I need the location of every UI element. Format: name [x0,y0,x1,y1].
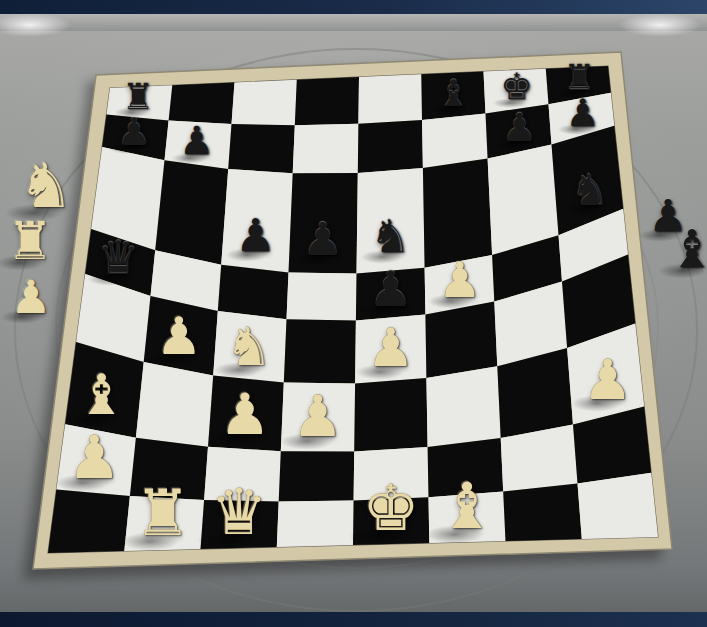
piece-white-queen-c1[interactable]: ♛ [204,481,274,545]
piece-white-pawn-h3[interactable]: ♟ [577,352,638,408]
square-d1[interactable] [277,501,354,548]
captured-white-knight: ♞ [12,155,80,217]
piece-black-pawn-b7[interactable]: ♟ [175,122,218,161]
square-b3[interactable] [136,362,213,447]
square-a1[interactable] [48,490,130,553]
square-c8[interactable] [232,80,297,125]
piece-black-knight-e6[interactable]: ♞ [365,214,415,260]
piece-white-bishop-f1[interactable]: ♝ [432,475,502,539]
piece-white-pawn-b4[interactable]: ♟ [151,311,208,363]
piece-white-pawn-f5[interactable]: ♟ [433,256,487,305]
piece-black-pawn-h7[interactable]: ♟ [562,94,604,132]
square-f3[interactable] [426,366,500,447]
square-e7[interactable] [358,120,423,173]
square-b6[interactable] [155,160,228,265]
square-g1[interactable] [503,483,582,541]
piece-white-pawn-c3[interactable]: ♟ [214,386,277,443]
square-d2[interactable] [279,451,355,501]
piece-black-king-g8[interactable]: ♚ [497,69,537,105]
piece-black-pawn-e5[interactable]: ♟ [364,265,418,314]
piece-black-pawn-d6[interactable]: ♟ [298,217,348,263]
square-e8[interactable] [358,74,422,124]
chess-app-scene: ♜♚♝♜♟♟♟♟♞♞♟♟♞♟♜♝♛♟♟♟♟♞♟♟♝♟♟♟♝♚♛♜ [0,0,707,627]
piece-white-pawn-e4[interactable]: ♟ [362,322,420,375]
square-f7[interactable] [422,113,488,168]
piece-black-pawn-a7[interactable]: ♟ [113,113,155,151]
piece-white-rook-b1[interactable]: ♜ [128,482,198,546]
piece-black-queen-a5[interactable]: ♛ [93,235,144,281]
square-c5[interactable] [218,265,289,319]
square-h1[interactable] [578,473,659,539]
square-c7[interactable] [228,124,295,173]
piece-white-king-e1[interactable]: ♚ [356,477,426,541]
piece-white-bishop-a3[interactable]: ♝ [71,367,132,423]
square-d7[interactable] [293,124,359,174]
piece-black-knight-h6[interactable]: ♞ [566,169,613,212]
piece-black-bishop-f8[interactable]: ♝ [434,76,474,112]
captured-black-bishop: ♝ [663,223,707,275]
square-e3[interactable] [354,378,427,451]
square-d8[interactable] [295,77,359,125]
piece-white-pawn-a2[interactable]: ♟ [61,428,127,488]
square-g6[interactable] [488,145,559,256]
square-f4[interactable] [425,302,497,379]
square-d4[interactable] [284,319,356,383]
captured-white-rook: ♜ [1,215,58,267]
piece-white-knight-c4[interactable]: ♞ [220,321,278,374]
piece-black-pawn-c6[interactable]: ♟ [231,213,281,258]
piece-white-pawn-d3[interactable]: ♟ [286,388,349,445]
square-d5[interactable] [287,273,357,321]
piece-black-pawn-g7[interactable]: ♟ [498,109,541,148]
captured-white-pawn: ♟ [6,274,57,320]
